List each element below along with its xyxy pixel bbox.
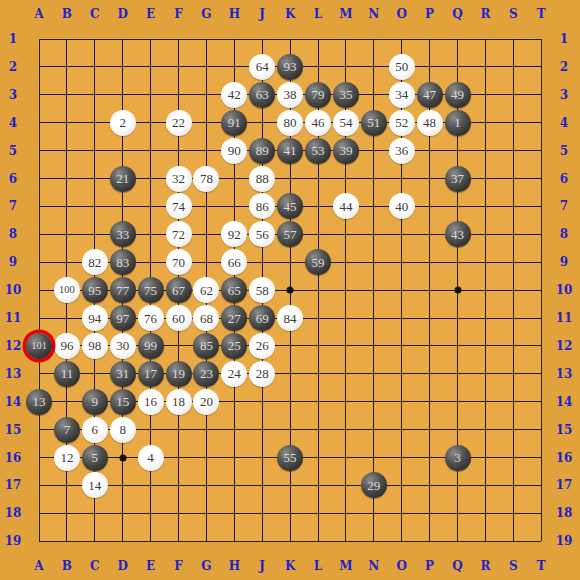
stone-number: 70: [172, 256, 185, 269]
grid-line-horizontal-1: [39, 39, 541, 40]
coord-label-top-E: E: [146, 8, 155, 20]
stone-32-F6[interactable]: 32: [166, 166, 192, 192]
coord-label-right-13: 13: [556, 368, 573, 380]
coord-label-bottom-M: M: [339, 560, 352, 572]
coord-label-bottom-D: D: [117, 560, 127, 572]
stone-number: 31: [116, 367, 129, 380]
coord-label-left-4: 4: [9, 117, 17, 129]
stone-number: 6: [92, 423, 99, 436]
grid-line-horizontal-18: [39, 513, 541, 514]
star-point-K10: [287, 287, 294, 294]
coord-label-top-G: G: [201, 8, 211, 20]
coord-label-top-S: S: [509, 8, 518, 20]
stone-46-L4[interactable]: 46: [305, 110, 331, 136]
stone-number: 4: [147, 451, 154, 464]
coord-label-bottom-C: C: [90, 560, 100, 572]
stone-98-C12[interactable]: 98: [82, 333, 108, 359]
stone-number: 9: [92, 395, 99, 408]
coord-label-top-T: T: [537, 8, 546, 20]
stone-number: 37: [451, 172, 464, 185]
stone-36-O5[interactable]: 36: [389, 138, 415, 164]
stone-number: 75: [144, 284, 157, 297]
stone-7-B15[interactable]: 7: [54, 417, 80, 443]
stone-number: 69: [256, 312, 269, 325]
coord-label-left-13: 13: [5, 368, 22, 380]
coord-label-bottom-S: S: [509, 560, 518, 572]
stone-64-J2[interactable]: 64: [249, 54, 275, 80]
stone-number: 39: [339, 144, 352, 157]
coord-label-right-18: 18: [556, 507, 573, 519]
stone-35-M3[interactable]: 35: [333, 82, 359, 108]
stone-number: 13: [33, 395, 46, 408]
coord-label-top-M: M: [339, 8, 352, 20]
stone-77-D10[interactable]: 77: [110, 277, 136, 303]
stone-17-E13[interactable]: 17: [138, 361, 164, 387]
stone-9-C14[interactable]: 9: [82, 389, 108, 415]
stone-number: 66: [228, 256, 241, 269]
stone-38-K3[interactable]: 38: [277, 82, 303, 108]
stone-2-D4[interactable]: 2: [110, 110, 136, 136]
stone-79-L3[interactable]: 79: [305, 82, 331, 108]
stone-16-E14[interactable]: 16: [138, 389, 164, 415]
stone-number: 26: [256, 339, 269, 352]
stone-19-F13[interactable]: 19: [166, 361, 192, 387]
stone-85-G12[interactable]: 85: [193, 333, 219, 359]
coord-label-bottom-J: J: [259, 560, 265, 572]
stone-40-O7[interactable]: 40: [389, 193, 415, 219]
stone-number: 42: [228, 88, 241, 101]
stone-number: 100: [59, 285, 75, 296]
coord-label-left-16: 16: [5, 452, 22, 464]
coord-label-bottom-R: R: [480, 560, 490, 572]
stone-number: 89: [256, 144, 269, 157]
stone-number: 83: [116, 256, 129, 269]
coord-label-left-12: 12: [5, 340, 22, 352]
stone-number: 59: [312, 256, 325, 269]
stone-number: 78: [200, 172, 213, 185]
stone-5-C16[interactable]: 5: [82, 445, 108, 471]
stone-number: 8: [119, 423, 126, 436]
stone-number: 94: [88, 312, 101, 325]
stone-number: 51: [367, 116, 380, 129]
stone-number: 5: [92, 451, 99, 464]
coord-label-top-N: N: [368, 8, 379, 20]
coord-label-left-14: 14: [5, 396, 22, 408]
stone-75-E10[interactable]: 75: [138, 277, 164, 303]
stone-58-J10[interactable]: 58: [249, 277, 275, 303]
stone-number: 67: [172, 284, 185, 297]
stone-number: 38: [284, 88, 297, 101]
stone-37-Q6[interactable]: 37: [445, 166, 471, 192]
coord-label-right-12: 12: [556, 340, 573, 352]
stone-number: 29: [367, 479, 380, 492]
stone-number: 65: [228, 284, 241, 297]
coord-label-right-14: 14: [556, 396, 573, 408]
stone-11-B13[interactable]: 11: [54, 361, 80, 387]
stone-number: 54: [339, 116, 352, 129]
stone-24-H13[interactable]: 24: [221, 361, 247, 387]
coord-label-right-1: 1: [560, 33, 568, 45]
stone-number: 88: [256, 172, 269, 185]
stone-6-C15[interactable]: 6: [82, 417, 108, 443]
stone-number: 17: [144, 367, 157, 380]
stone-15-D14[interactable]: 15: [110, 389, 136, 415]
stone-55-K16[interactable]: 55: [277, 445, 303, 471]
stone-91-H4[interactable]: 91: [221, 110, 247, 136]
stone-23-G13[interactable]: 23: [193, 361, 219, 387]
stone-70-F9[interactable]: 70: [166, 249, 192, 275]
stone-number: 45: [284, 200, 297, 213]
stone-21-D6[interactable]: 21: [110, 166, 136, 192]
stone-67-F10[interactable]: 67: [166, 277, 192, 303]
stone-number: 7: [64, 423, 71, 436]
coord-label-left-11: 11: [5, 312, 22, 324]
stone-number: 44: [339, 200, 352, 213]
coord-label-top-L: L: [314, 8, 322, 20]
stone-number: 32: [172, 172, 185, 185]
stone-number: 55: [284, 451, 297, 464]
stone-number: 56: [256, 228, 269, 241]
coord-label-left-3: 3: [9, 89, 17, 101]
stone-57-K8[interactable]: 57: [277, 221, 303, 247]
stone-30-D12[interactable]: 30: [110, 333, 136, 359]
stone-53-L5[interactable]: 53: [305, 138, 331, 164]
stone-number: 36: [395, 144, 408, 157]
coord-label-bottom-A: A: [34, 560, 43, 572]
coord-label-bottom-E: E: [146, 560, 155, 572]
coord-label-right-8: 8: [560, 228, 568, 240]
stone-1-Q4[interactable]: 1: [445, 110, 471, 136]
coord-label-top-B: B: [62, 8, 72, 20]
stone-59-L9[interactable]: 59: [305, 249, 331, 275]
coord-label-top-K: K: [285, 8, 295, 20]
stone-48-P4[interactable]: 48: [417, 110, 443, 136]
stone-number: 74: [172, 200, 185, 213]
stone-42-H3[interactable]: 42: [221, 82, 247, 108]
stone-8-D15[interactable]: 8: [110, 417, 136, 443]
stone-39-M5[interactable]: 39: [333, 138, 359, 164]
grid-line-horizontal-19: [39, 541, 541, 542]
stone-27-H11[interactable]: 27: [221, 305, 247, 331]
stone-78-G6[interactable]: 78: [193, 166, 219, 192]
coord-label-right-11: 11: [556, 312, 573, 324]
coord-label-top-F: F: [174, 8, 183, 20]
stone-50-O2[interactable]: 50: [389, 54, 415, 80]
stone-18-F14[interactable]: 18: [166, 389, 192, 415]
coord-label-left-7: 7: [9, 200, 17, 212]
stone-number: 85: [200, 339, 213, 352]
stone-number: 95: [88, 284, 101, 297]
stone-33-D8[interactable]: 33: [110, 221, 136, 247]
coord-label-right-10: 10: [556, 284, 573, 296]
stone-number: 20: [200, 395, 213, 408]
stone-number: 47: [423, 88, 436, 101]
stone-number: 50: [395, 60, 408, 73]
stone-3-Q16[interactable]: 3: [445, 445, 471, 471]
stone-number: 28: [256, 367, 269, 380]
stone-68-G11[interactable]: 68: [193, 305, 219, 331]
stone-22-F4[interactable]: 22: [166, 110, 192, 136]
stone-number: 15: [116, 395, 129, 408]
stone-69-J11[interactable]: 69: [249, 305, 275, 331]
stone-13-A14[interactable]: 13: [26, 389, 52, 415]
stone-number: 64: [256, 60, 269, 73]
stone-97-D11[interactable]: 97: [110, 305, 136, 331]
coord-label-bottom-T: T: [537, 560, 546, 572]
stone-number: 57: [284, 228, 297, 241]
coord-label-right-7: 7: [560, 200, 568, 212]
coord-label-left-18: 18: [5, 507, 22, 519]
stone-101-A12-last-move-marker[interactable]: 101: [26, 333, 52, 359]
coord-label-top-R: R: [480, 8, 490, 20]
coord-label-top-J: J: [259, 8, 265, 20]
stone-number: 63: [256, 88, 269, 101]
stone-number: 11: [61, 367, 74, 380]
stone-34-O3[interactable]: 34: [389, 82, 415, 108]
coord-label-bottom-K: K: [285, 560, 295, 572]
coord-label-bottom-Q: Q: [452, 560, 462, 572]
stone-number: 80: [284, 116, 297, 129]
stone-number: 27: [228, 312, 241, 325]
stone-number: 1: [454, 116, 461, 129]
stone-28-J13[interactable]: 28: [249, 361, 275, 387]
coord-label-right-2: 2: [560, 61, 568, 73]
stone-76-E11[interactable]: 76: [138, 305, 164, 331]
stone-89-J5[interactable]: 89: [249, 138, 275, 164]
stone-20-G14[interactable]: 20: [193, 389, 219, 415]
stone-47-P3[interactable]: 47: [417, 82, 443, 108]
stone-14-C17[interactable]: 14: [82, 472, 108, 498]
coord-label-left-19: 19: [5, 535, 22, 547]
stone-number: 84: [284, 312, 297, 325]
stone-88-J6[interactable]: 88: [249, 166, 275, 192]
stone-99-E12[interactable]: 99: [138, 333, 164, 359]
stone-29-N17[interactable]: 29: [361, 472, 387, 498]
stone-number: 33: [116, 228, 129, 241]
coord-label-left-9: 9: [9, 256, 17, 268]
coord-label-top-C: C: [90, 8, 100, 20]
coord-label-right-3: 3: [560, 89, 568, 101]
stone-number: 34: [395, 88, 408, 101]
stone-25-H12[interactable]: 25: [221, 333, 247, 359]
stone-number: 41: [284, 144, 297, 157]
stone-number: 52: [395, 116, 408, 129]
stone-number: 22: [172, 116, 185, 129]
coord-label-top-O: O: [396, 8, 406, 20]
stone-93-K2[interactable]: 93: [277, 54, 303, 80]
stone-number: 72: [172, 228, 185, 241]
coord-label-left-15: 15: [5, 424, 22, 436]
coord-label-bottom-N: N: [368, 560, 379, 572]
stone-12-B16[interactable]: 12: [54, 445, 80, 471]
stone-number: 53: [312, 144, 325, 157]
stone-number: 62: [200, 284, 213, 297]
stone-95-C10[interactable]: 95: [82, 277, 108, 303]
go-board-frame: AABBCCDDEEFFGGHHJJKKLLMMNNOOPPQQRRSSTT11…: [0, 0, 580, 580]
stone-number: 49: [451, 88, 464, 101]
coord-label-top-P: P: [425, 8, 434, 20]
stone-number: 3: [454, 451, 461, 464]
coord-label-top-A: A: [34, 8, 43, 20]
stone-number: 24: [228, 367, 241, 380]
coord-label-bottom-B: B: [62, 560, 72, 572]
stone-number: 14: [88, 479, 101, 492]
stone-83-D9[interactable]: 83: [110, 249, 136, 275]
stone-number: 77: [116, 284, 129, 297]
coord-label-bottom-G: G: [201, 560, 211, 572]
stone-number: 101: [31, 341, 47, 352]
stone-number: 99: [144, 339, 157, 352]
coord-label-right-15: 15: [556, 424, 573, 436]
stone-60-F11[interactable]: 60: [166, 305, 192, 331]
stone-65-H10[interactable]: 65: [221, 277, 247, 303]
coord-label-top-H: H: [229, 8, 240, 20]
stone-94-C11[interactable]: 94: [82, 305, 108, 331]
coord-label-right-19: 19: [556, 535, 573, 547]
coord-label-right-5: 5: [560, 145, 568, 157]
stone-number: 97: [116, 312, 129, 325]
stone-number: 21: [116, 172, 129, 185]
stone-number: 92: [228, 228, 241, 241]
stone-number: 82: [88, 256, 101, 269]
grid-line-horizontal-17: [39, 485, 541, 486]
stone-number: 35: [339, 88, 352, 101]
stone-54-M4[interactable]: 54: [333, 110, 359, 136]
coord-label-right-17: 17: [556, 479, 573, 491]
stone-number: 18: [172, 395, 185, 408]
stone-90-H5[interactable]: 90: [221, 138, 247, 164]
stone-number: 43: [451, 228, 464, 241]
stone-number: 93: [284, 60, 297, 73]
coord-label-right-6: 6: [560, 173, 568, 185]
star-point-Q10: [454, 287, 461, 294]
coord-label-left-2: 2: [9, 61, 17, 73]
coord-label-left-10: 10: [5, 284, 22, 296]
stone-96-B12[interactable]: 96: [54, 333, 80, 359]
coord-label-right-16: 16: [556, 452, 573, 464]
coord-label-bottom-H: H: [229, 560, 240, 572]
stone-number: 46: [312, 116, 325, 129]
coord-label-top-D: D: [117, 8, 127, 20]
stone-84-K11[interactable]: 84: [277, 305, 303, 331]
coord-label-left-6: 6: [9, 173, 17, 185]
star-point-D16: [119, 454, 126, 461]
stone-4-E16[interactable]: 4: [138, 445, 164, 471]
stone-number: 23: [200, 367, 213, 380]
stone-number: 68: [200, 312, 213, 325]
coord-label-right-4: 4: [560, 117, 568, 129]
stone-number: 48: [423, 116, 436, 129]
stone-74-F7[interactable]: 74: [166, 193, 192, 219]
stone-number: 19: [172, 367, 185, 380]
stone-45-K7[interactable]: 45: [277, 193, 303, 219]
stone-number: 76: [144, 312, 157, 325]
stone-56-J8[interactable]: 56: [249, 221, 275, 247]
stone-63-J3[interactable]: 63: [249, 82, 275, 108]
stone-number: 96: [60, 339, 73, 352]
stone-100-B10[interactable]: 100: [54, 277, 80, 303]
coord-label-bottom-P: P: [425, 560, 434, 572]
coord-label-left-5: 5: [9, 145, 17, 157]
stone-number: 16: [144, 395, 157, 408]
stone-number: 98: [88, 339, 101, 352]
coord-label-bottom-F: F: [174, 560, 183, 572]
stone-52-O4[interactable]: 52: [389, 110, 415, 136]
stone-82-C9[interactable]: 82: [82, 249, 108, 275]
stone-number: 12: [60, 451, 73, 464]
stone-80-K4[interactable]: 80: [277, 110, 303, 136]
stone-49-Q3[interactable]: 49: [445, 82, 471, 108]
stone-number: 86: [256, 200, 269, 213]
stone-number: 40: [395, 200, 408, 213]
coord-label-top-Q: Q: [452, 8, 462, 20]
stone-number: 25: [228, 339, 241, 352]
stone-41-K5[interactable]: 41: [277, 138, 303, 164]
coord-label-left-17: 17: [5, 479, 22, 491]
stone-number: 79: [312, 88, 325, 101]
stone-26-J12[interactable]: 26: [249, 333, 275, 359]
stone-43-Q8[interactable]: 43: [445, 221, 471, 247]
coord-label-left-1: 1: [9, 33, 17, 45]
stone-number: 91: [228, 116, 241, 129]
stone-number: 60: [172, 312, 185, 325]
stone-number: 2: [119, 116, 126, 129]
stone-44-M7[interactable]: 44: [333, 193, 359, 219]
stone-number: 58: [256, 284, 269, 297]
stone-number: 90: [228, 144, 241, 157]
coord-label-left-8: 8: [9, 228, 17, 240]
coord-label-bottom-O: O: [396, 560, 406, 572]
stone-62-G10[interactable]: 62: [193, 277, 219, 303]
stone-86-J7[interactable]: 86: [249, 193, 275, 219]
stone-number: 30: [116, 339, 129, 352]
stone-51-N4[interactable]: 51: [361, 110, 387, 136]
stone-92-H8[interactable]: 92: [221, 221, 247, 247]
coord-label-bottom-L: L: [314, 560, 322, 572]
stone-66-H9[interactable]: 66: [221, 249, 247, 275]
coord-label-right-9: 9: [560, 256, 568, 268]
stone-72-F8[interactable]: 72: [166, 221, 192, 247]
stone-31-D13[interactable]: 31: [110, 361, 136, 387]
